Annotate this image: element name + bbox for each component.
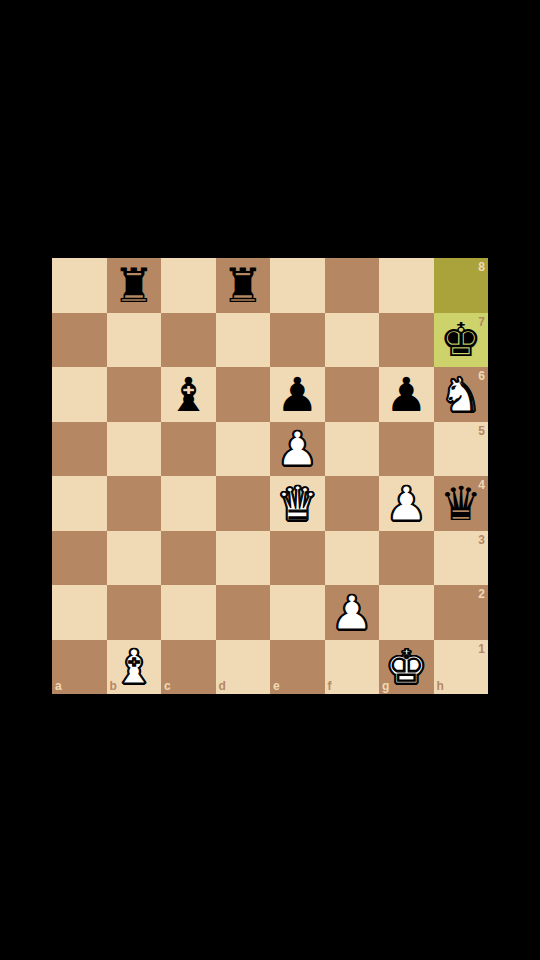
- piece-black-king-h7[interactable]: ♚: [434, 313, 489, 368]
- square-a3[interactable]: [52, 531, 107, 586]
- square-c4[interactable]: [161, 476, 216, 531]
- file-label-h: h: [437, 680, 444, 692]
- square-h8[interactable]: 8: [434, 258, 489, 313]
- square-a7[interactable]: [52, 313, 107, 368]
- file-label-f: f: [328, 680, 332, 692]
- square-d3[interactable]: [216, 531, 271, 586]
- piece-white-pawn-f2[interactable]: ♟: [325, 585, 380, 640]
- square-a8[interactable]: [52, 258, 107, 313]
- square-g4[interactable]: ♟: [379, 476, 434, 531]
- square-h7[interactable]: 7♚: [434, 313, 489, 368]
- piece-black-rook-d8[interactable]: ♜: [216, 258, 271, 313]
- file-label-a: a: [55, 680, 62, 692]
- square-h3[interactable]: 3: [434, 531, 489, 586]
- square-f6[interactable]: [325, 367, 380, 422]
- piece-black-pawn-e6[interactable]: ♟: [270, 367, 325, 422]
- square-c7[interactable]: [161, 313, 216, 368]
- piece-white-knight-h6[interactable]: ♞: [434, 367, 489, 422]
- square-g1[interactable]: g♚: [379, 640, 434, 695]
- square-b4[interactable]: [107, 476, 162, 531]
- square-c1[interactable]: c: [161, 640, 216, 695]
- square-b1[interactable]: b♝: [107, 640, 162, 695]
- piece-white-bishop-b1[interactable]: ♝: [107, 640, 162, 695]
- square-b5[interactable]: [107, 422, 162, 477]
- piece-white-queen-e4[interactable]: ♛: [270, 476, 325, 531]
- rank-label-2: 2: [478, 588, 485, 600]
- square-g8[interactable]: [379, 258, 434, 313]
- square-e5[interactable]: ♟: [270, 422, 325, 477]
- square-c2[interactable]: [161, 585, 216, 640]
- piece-black-pawn-g6[interactable]: ♟: [379, 367, 434, 422]
- rank-label-5: 5: [478, 425, 485, 437]
- square-h2[interactable]: 2: [434, 585, 489, 640]
- square-d7[interactable]: [216, 313, 271, 368]
- square-f3[interactable]: [325, 531, 380, 586]
- square-b2[interactable]: [107, 585, 162, 640]
- square-b3[interactable]: [107, 531, 162, 586]
- square-g3[interactable]: [379, 531, 434, 586]
- square-a6[interactable]: [52, 367, 107, 422]
- square-g2[interactable]: [379, 585, 434, 640]
- piece-white-king-g1[interactable]: ♚: [379, 640, 434, 695]
- square-a5[interactable]: [52, 422, 107, 477]
- piece-black-queen-h4[interactable]: ♛: [434, 476, 489, 531]
- square-d1[interactable]: d: [216, 640, 271, 695]
- square-h6[interactable]: 6♞: [434, 367, 489, 422]
- square-h1[interactable]: 1h: [434, 640, 489, 695]
- square-c5[interactable]: [161, 422, 216, 477]
- square-a2[interactable]: [52, 585, 107, 640]
- rank-label-3: 3: [478, 534, 485, 546]
- square-h4[interactable]: 4♛: [434, 476, 489, 531]
- square-e6[interactable]: ♟: [270, 367, 325, 422]
- square-f1[interactable]: f: [325, 640, 380, 695]
- rank-label-1: 1: [478, 643, 485, 655]
- square-d2[interactable]: [216, 585, 271, 640]
- file-label-d: d: [219, 680, 226, 692]
- square-f5[interactable]: [325, 422, 380, 477]
- square-f8[interactable]: [325, 258, 380, 313]
- square-e7[interactable]: [270, 313, 325, 368]
- square-e4[interactable]: ♛: [270, 476, 325, 531]
- file-label-c: c: [164, 680, 171, 692]
- square-a4[interactable]: [52, 476, 107, 531]
- square-c8[interactable]: [161, 258, 216, 313]
- piece-white-pawn-g4[interactable]: ♟: [379, 476, 434, 531]
- square-e3[interactable]: [270, 531, 325, 586]
- square-h5[interactable]: 5: [434, 422, 489, 477]
- square-b6[interactable]: [107, 367, 162, 422]
- square-d8[interactable]: ♜: [216, 258, 271, 313]
- square-c6[interactable]: ♝: [161, 367, 216, 422]
- square-g5[interactable]: [379, 422, 434, 477]
- rank-label-8: 8: [478, 261, 485, 273]
- piece-black-bishop-c6[interactable]: ♝: [161, 367, 216, 422]
- square-f2[interactable]: ♟: [325, 585, 380, 640]
- square-e1[interactable]: e: [270, 640, 325, 695]
- square-d5[interactable]: [216, 422, 271, 477]
- square-c3[interactable]: [161, 531, 216, 586]
- piece-white-pawn-e5[interactable]: ♟: [270, 422, 325, 477]
- square-e2[interactable]: [270, 585, 325, 640]
- square-g7[interactable]: [379, 313, 434, 368]
- square-b7[interactable]: [107, 313, 162, 368]
- square-f4[interactable]: [325, 476, 380, 531]
- square-d6[interactable]: [216, 367, 271, 422]
- square-g6[interactable]: ♟: [379, 367, 434, 422]
- chess-board: ♜♜87♚♝♟♟6♞♟5♛♟4♛3♟2ab♝cdefg♚1h: [52, 258, 488, 694]
- square-f7[interactable]: [325, 313, 380, 368]
- square-d4[interactable]: [216, 476, 271, 531]
- square-b8[interactable]: ♜: [107, 258, 162, 313]
- square-e8[interactable]: [270, 258, 325, 313]
- square-a1[interactable]: a: [52, 640, 107, 695]
- app-screen: ♜♜87♚♝♟♟6♞♟5♛♟4♛3♟2ab♝cdefg♚1h: [0, 0, 540, 960]
- piece-black-rook-b8[interactable]: ♜: [107, 258, 162, 313]
- file-label-e: e: [273, 680, 280, 692]
